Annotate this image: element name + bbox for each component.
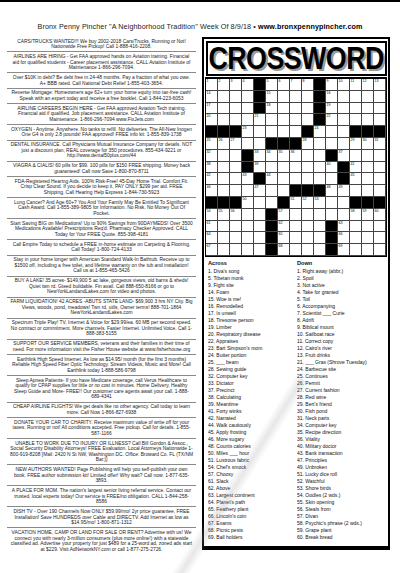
grid-black-cell xyxy=(266,244,278,256)
classified-ad: Sleep Apnea Patients- If you have Medica… xyxy=(7,376,196,403)
grid-cell: 63 xyxy=(338,221,350,233)
clue-number: 23 xyxy=(243,126,247,130)
grid-cell: 18 xyxy=(266,103,278,115)
grid-cell: 21 xyxy=(254,114,266,126)
clue-number: 63 xyxy=(339,221,343,225)
clue-item: 11. Correct copy xyxy=(297,338,386,345)
clue-item: 24. Barbecue site xyxy=(297,366,386,373)
grid-cell: 53 xyxy=(314,197,326,209)
grid-black-cell xyxy=(350,197,362,209)
clue-number: 10 xyxy=(339,79,343,83)
grid-cell: 14 xyxy=(206,91,218,103)
grid-cell: 31 xyxy=(374,138,386,150)
grid-black-cell xyxy=(374,126,386,138)
grid-cell: 5 xyxy=(266,79,278,91)
clue-number: 58 xyxy=(351,209,355,213)
crossword-box: CROSSWORD 123456789101112131415161718192… xyxy=(202,37,390,550)
clue-number: 1 xyxy=(207,79,209,83)
clue-item: 44. Walk cautiously xyxy=(208,422,297,429)
classified-ad: DENTAL INSURANCE. Call Physicians Mutual… xyxy=(7,141,196,162)
grid-cell: 38 xyxy=(206,162,218,174)
classified-ad: AIRLINE CAREERS BEGIN HERE - Get FAA app… xyxy=(7,104,196,125)
grid-black-cell xyxy=(218,126,230,138)
clue-number: 55 xyxy=(219,209,223,213)
grid-cell xyxy=(242,91,254,103)
clue-item: 42. Narrated xyxy=(208,415,297,422)
clue-item: 45. Apply frosting xyxy=(208,429,297,436)
clue-item: 67. Exams xyxy=(208,520,297,527)
grid-cell xyxy=(302,232,314,244)
grid-cell xyxy=(350,221,362,233)
down-clues: Down 1. Right away (abbr.)2. Spoil3. Not… xyxy=(297,260,386,541)
grid-cell xyxy=(374,162,386,174)
grid-cell: 37 xyxy=(338,150,350,162)
clue-number: 18 xyxy=(267,103,271,107)
grid-black-cell xyxy=(254,79,266,91)
grid-cell xyxy=(314,209,326,221)
grid-cell xyxy=(374,91,386,103)
clue-number: 11 xyxy=(351,79,355,83)
grid-cell xyxy=(230,185,242,197)
grid-cell xyxy=(218,244,230,256)
grid-cell: 2 xyxy=(218,79,230,91)
grid-cell xyxy=(326,197,338,209)
grid-cell xyxy=(278,162,290,174)
classified-ad: Reverse Mortgage: Homeowners age 62+ tur… xyxy=(7,89,196,104)
clue-number: 13 xyxy=(375,79,379,83)
grid-cell xyxy=(362,162,374,174)
grid-cell xyxy=(218,232,230,244)
grid-cell: 22 xyxy=(326,114,338,126)
grid-cell xyxy=(254,209,266,221)
grid-cell: 32 xyxy=(206,150,218,162)
clue-number: 17 xyxy=(207,103,211,107)
grid-cell: 46 xyxy=(206,185,218,197)
grid-cell: 34 xyxy=(266,150,278,162)
grid-cell xyxy=(362,221,374,233)
clue-item: 39. Meantime xyxy=(208,401,297,408)
classified-ad: AIRLINES ARE HIRING - Get FAA approved h… xyxy=(7,52,196,73)
clue-number: 28 xyxy=(303,138,307,142)
grid-cell: 49 xyxy=(338,185,350,197)
grid-cell: 55 xyxy=(218,209,230,221)
clue-number: 60 xyxy=(375,209,379,213)
clue-item: 33. Dictator xyxy=(208,380,297,387)
clue-number: 6 xyxy=(279,79,281,83)
grid-cell xyxy=(230,103,242,115)
clue-number: 56 xyxy=(231,209,235,213)
grid-cell: 69 xyxy=(338,244,350,256)
grid-cell xyxy=(242,114,254,126)
grid-black-cell xyxy=(266,232,278,244)
grid-cell xyxy=(242,185,254,197)
crossword-grid: 1234567891011121314151617181920212223242… xyxy=(205,77,387,257)
grid-cell: 47 xyxy=(254,185,266,197)
clue-item: 10. Sailboat race xyxy=(297,331,386,338)
grid-black-cell xyxy=(266,221,278,233)
classified-ad: VACATION HOME, CAMP OR LAND FOR SALE OR … xyxy=(7,528,196,554)
clue-item: 27. Current fashion xyxy=(297,387,386,394)
clue-number: 35 xyxy=(279,150,283,154)
grid-cell xyxy=(302,244,314,256)
grid-cell: 39 xyxy=(254,162,266,174)
page-body: CARS/TRUCKS WANTED!!! We buy 2002-2018 C… xyxy=(0,37,400,554)
grid-cell xyxy=(242,138,254,150)
grid-cell xyxy=(350,232,362,244)
classified-ad: FARM LIQUIDATION! 42 ACRES -ABUTS STATE … xyxy=(7,298,196,319)
grid-cell: 13 xyxy=(374,79,386,91)
grid-cell xyxy=(302,150,314,162)
grid-cell: 33 xyxy=(254,150,266,162)
grid-cell xyxy=(230,91,242,103)
clue-item: 31. Neck parts xyxy=(297,415,386,422)
clue-item: 13. Fruit drinks xyxy=(297,352,386,359)
classified-ad: Stay in your home longer with American S… xyxy=(7,256,196,277)
clue-number: 33 xyxy=(255,150,259,154)
grid-black-cell xyxy=(206,126,218,138)
clue-number: 19 xyxy=(327,103,331,107)
grid-cell: 65 xyxy=(278,232,290,244)
grid-cell xyxy=(338,197,350,209)
grid-cell xyxy=(350,244,362,256)
grid-cell: 26 xyxy=(218,138,230,150)
grid-cell: 67 xyxy=(206,244,218,256)
grid-cell xyxy=(314,162,326,174)
clue-number: 24 xyxy=(315,126,319,130)
grid-cell xyxy=(290,103,302,115)
clue-item: 47. Principles xyxy=(297,457,386,464)
grid-cell xyxy=(278,173,290,185)
masthead-url: www.bronxpennypincher.com xyxy=(258,22,362,31)
grid-cell: 60 xyxy=(374,209,386,221)
clue-item: 56. Steals from xyxy=(297,506,386,513)
grid-cell xyxy=(290,173,302,185)
classified-ad: BUY A LAKE! 35 acres- $149,900 5 ac lake… xyxy=(7,277,196,298)
clue-item: 58. Psychic's phrase (2 wds.) xyxy=(297,520,386,527)
grid-cell xyxy=(254,244,266,256)
clue-number: 50 xyxy=(243,197,247,201)
grid-cell: 48 xyxy=(326,185,338,197)
grid-black-cell xyxy=(242,162,254,174)
grid-cell: 6 xyxy=(278,79,290,91)
grid-cell xyxy=(290,232,302,244)
clue-number: 31 xyxy=(375,138,379,142)
clue-item: 60. Break bread xyxy=(297,534,386,541)
grid-cell: 10 xyxy=(338,79,350,91)
classified-ad: NEW AUTHORS WANTED! Page Publishing will… xyxy=(7,465,196,486)
grid-cell: 24 xyxy=(314,126,326,138)
grid-cell xyxy=(302,221,314,233)
clue-item: 2. Spoil xyxy=(297,275,386,282)
clue-number: 44 xyxy=(267,173,271,177)
grid-cell: 35 xyxy=(278,150,290,162)
grid-black-cell xyxy=(254,91,266,103)
grid-cell xyxy=(326,126,338,138)
grid-cell xyxy=(266,197,278,209)
grid-cell xyxy=(242,221,254,233)
clue-number: 34 xyxy=(267,150,271,154)
clue-item: 48. Counts calories xyxy=(208,443,297,450)
across-clues: Across 1. Diva's song5. Tibetan monk9. F… xyxy=(208,260,297,541)
grid-cell xyxy=(314,221,326,233)
grid-cell: 57 xyxy=(278,209,290,221)
clue-number: 4 xyxy=(243,79,245,83)
grid-black-cell xyxy=(206,197,218,209)
grid-cell: 40 xyxy=(326,162,338,174)
grid-black-cell xyxy=(326,244,338,256)
grid-black-cell xyxy=(326,150,338,162)
clue-number: 16 xyxy=(327,91,331,95)
grid-cell: 12 xyxy=(362,79,374,91)
grid-cell xyxy=(374,150,386,162)
grid-cell xyxy=(266,185,278,197)
grid-cell xyxy=(350,185,362,197)
grid-cell xyxy=(242,209,254,221)
grid-black-cell xyxy=(326,232,338,244)
clue-item: 51. Lustrous fabric xyxy=(208,457,297,464)
classified-ad: Spectrum Triple Play! TV, Internet & Voi… xyxy=(7,319,196,340)
classified-ad: DISH TV - Over 190 Channels Now ONLY $59… xyxy=(7,507,196,528)
grid-cell xyxy=(362,173,374,185)
clue-number: 45 xyxy=(351,173,355,177)
grid-cell xyxy=(302,173,314,185)
clue-item: 25. ___ beam xyxy=(208,359,297,366)
grid-cell: 56 xyxy=(230,209,242,221)
clue-number: 30 xyxy=(363,138,367,142)
grid-cell: 44 xyxy=(266,173,278,185)
grid-cell xyxy=(254,138,266,150)
grid-black-cell xyxy=(314,114,326,126)
classified-ad: Over $10K in debt? Be debt free in 24-48… xyxy=(7,73,196,88)
classified-ad: SUPPORT OUR SERVICE MEMBERS, veterans an… xyxy=(7,340,196,355)
clue-item: 21. ___ Gras (Shrove Tuesday) xyxy=(297,359,386,366)
clue-item: 49. Unbroken xyxy=(297,464,386,471)
clue-item: 9. Fight site xyxy=(208,282,297,289)
classified-ad: Earthlink High Speed Internet. As low as… xyxy=(7,355,196,376)
grid-cell xyxy=(218,114,230,126)
clue-number: 27 xyxy=(231,138,235,142)
classified-ad: DONATE YOUR CAR TO CHARITY. Receive maxi… xyxy=(7,418,196,439)
grid-cell: 52 xyxy=(302,197,314,209)
grid-cell xyxy=(362,150,374,162)
grid-black-cell xyxy=(278,197,290,209)
across-list: 1. Diva's song5. Tibetan monk9. Fight si… xyxy=(208,268,297,541)
clue-item: 17. Is unwell xyxy=(208,310,297,317)
grid-black-cell xyxy=(362,126,374,138)
grid-cell: 9 xyxy=(326,79,338,91)
grid-cell: 30 xyxy=(362,138,374,150)
grid-cell: 8 xyxy=(302,79,314,91)
classified-ad: Call Empire Today to schedule a FREE in-… xyxy=(7,240,196,255)
clue-item: 8. Adrift xyxy=(297,317,386,324)
grid-cell xyxy=(302,114,314,126)
grid-cell: 25 xyxy=(206,138,218,150)
grid-cell: 58 xyxy=(350,209,362,221)
grid-cell xyxy=(218,103,230,115)
grid-cell xyxy=(374,221,386,233)
clue-number: 20 xyxy=(207,114,211,118)
clue-number: 61 xyxy=(207,221,211,225)
clue-item: 28. Sewing guide xyxy=(208,366,297,373)
grid-black-cell xyxy=(338,162,350,174)
clue-number: 57 xyxy=(279,209,283,213)
grid-cell: 7 xyxy=(290,79,302,91)
clue-lists: Across 1. Diva's song5. Tibetan monk9. F… xyxy=(204,257,388,546)
grid-cell: 54 xyxy=(206,209,218,221)
grid-black-cell xyxy=(254,173,266,185)
grid-cell xyxy=(338,138,350,150)
grid-cell xyxy=(374,232,386,244)
clue-item: 34. Computer key xyxy=(297,422,386,429)
clue-number: 40 xyxy=(327,162,331,166)
grid-cell xyxy=(350,114,362,126)
clue-number: 59 xyxy=(363,209,367,213)
grid-cell xyxy=(326,173,338,185)
grid-cell xyxy=(362,91,374,103)
grid-black-cell xyxy=(338,173,350,185)
grid-cell xyxy=(278,114,290,126)
clue-number: 54 xyxy=(207,209,211,213)
crossword-banner: CROSSWORD xyxy=(206,41,387,76)
clue-item: 4. Take for granted xyxy=(297,289,386,296)
clue-item: 65. Feathery plant xyxy=(208,506,297,513)
grid-black-cell xyxy=(290,185,302,197)
grid-cell: 3 xyxy=(230,79,242,91)
grid-cell xyxy=(242,244,254,256)
clue-number: 3 xyxy=(231,79,233,83)
grid-cell xyxy=(254,221,266,233)
clue-item: 9. Biblical mount xyxy=(297,324,386,331)
classified-ad: UNABLE TO WORK DUE TO INJURY OR ILLNESS?… xyxy=(7,439,196,466)
clue-number: 32 xyxy=(207,150,211,154)
clue-item: 63. Largest continent xyxy=(208,492,297,499)
clue-item: 41. Forty winks xyxy=(208,408,297,415)
grid-cell xyxy=(218,185,230,197)
grid-cell xyxy=(290,244,302,256)
classified-ad: CARS/TRUCKS WANTED!!! We buy 2002-2018 C… xyxy=(7,37,196,52)
clue-item: 29. Bert's friend xyxy=(297,401,386,408)
clue-number: 26 xyxy=(219,138,223,142)
clue-number: 66 xyxy=(339,232,343,236)
grid-cell xyxy=(242,232,254,244)
masthead: Bronx Penny Pincher "A Neighborhood Trad… xyxy=(0,22,400,31)
classified-ad: A PLACE FOR MOM. The nation's largest se… xyxy=(7,486,196,507)
classified-ad: OXYGEN - Anytime. Anywhere. No tanks to … xyxy=(7,125,196,140)
grid-cell: 61 xyxy=(206,221,218,233)
grid-cell xyxy=(266,162,278,174)
clue-item: 26. Permit xyxy=(297,380,386,387)
clue-item: 14. Foam xyxy=(208,289,297,296)
clue-item: 30. Fish pond xyxy=(297,408,386,415)
clue-number: 8 xyxy=(303,79,305,83)
grid-cell: 27 xyxy=(230,138,242,150)
grid-cell xyxy=(374,173,386,185)
crossword-column: CROSSWORD 123456789101112131415161718192… xyxy=(196,37,393,554)
grid-cell xyxy=(362,103,374,115)
grid-black-cell xyxy=(230,126,242,138)
grid-cell: 1 xyxy=(206,79,218,91)
clue-item: 25. Continues xyxy=(297,373,386,380)
clue-item: 40. Military doctor xyxy=(297,443,386,450)
grid-cell xyxy=(218,162,230,174)
grid-cell xyxy=(350,150,362,162)
clue-number: 22 xyxy=(327,114,331,118)
grid-black-cell xyxy=(254,103,266,115)
clue-number: 53 xyxy=(315,197,319,201)
classified-ad: Start Saving BIG on Medications! Up to 9… xyxy=(7,219,196,240)
grid-black-cell xyxy=(326,221,338,233)
clue-number: 15 xyxy=(267,91,271,95)
grid-cell: 43 xyxy=(242,173,254,185)
grid-cell xyxy=(266,126,278,138)
grid-cell xyxy=(278,91,290,103)
grid-cell xyxy=(374,103,386,115)
clue-item: 6. Accompanying xyxy=(297,303,386,310)
clue-number: 62 xyxy=(279,221,283,225)
grid-black-cell xyxy=(302,185,314,197)
grid-cell xyxy=(290,126,302,138)
clue-item: 5. Tibetan monk xyxy=(208,275,297,282)
grid-cell: 20 xyxy=(206,114,218,126)
clue-number: 43 xyxy=(243,173,247,177)
grid-cell xyxy=(338,209,350,221)
clue-item: 32. Computer key xyxy=(208,373,297,380)
page-top-border xyxy=(0,0,400,2)
classified-ad: CHEAP AIRLINE FLIGHTS! We get deals like… xyxy=(7,403,196,418)
clue-item: 28. Red wine xyxy=(297,394,386,401)
grid-cell: 64 xyxy=(206,232,218,244)
clue-number: 39 xyxy=(255,162,259,166)
grid-cell xyxy=(218,91,230,103)
clue-item: 19. Limber xyxy=(208,324,297,331)
clue-item: 69. Ball holders xyxy=(208,534,297,541)
classified-ad: FDA-Registered Hearing Aids. 100% Risk-F… xyxy=(7,177,196,198)
clue-item: 61. Slack xyxy=(208,478,297,485)
grid-cell: 11 xyxy=(350,79,362,91)
clue-item: 57. Choosy xyxy=(208,471,297,478)
grid-cell: 15 xyxy=(266,91,278,103)
grid-cell xyxy=(374,244,386,256)
grid-cell: 16 xyxy=(326,91,338,103)
grid-cell xyxy=(230,232,242,244)
grid-black-cell xyxy=(278,138,290,150)
grid-cell xyxy=(302,209,314,221)
clue-number: 64 xyxy=(207,232,211,236)
grid-cell xyxy=(314,150,326,162)
clue-item: 68. Picnic pests xyxy=(208,527,297,534)
clue-item: 38. Calculating xyxy=(208,394,297,401)
grid-cell xyxy=(290,91,302,103)
grid-cell xyxy=(290,209,302,221)
clue-number: 29 xyxy=(351,138,355,142)
grid-cell xyxy=(230,173,242,185)
grid-cell: 59 xyxy=(362,209,374,221)
clue-item: 18. Tiresome person xyxy=(208,317,297,324)
clue-item: 66. Lincoln's coin xyxy=(208,513,297,520)
clue-number: 25 xyxy=(207,138,211,142)
clue-item: 1. Diva's song xyxy=(208,268,297,275)
grid-black-cell xyxy=(290,138,302,150)
grid-black-cell xyxy=(314,185,326,197)
grid-black-cell xyxy=(230,197,242,209)
clue-item: 54. Chef's smock xyxy=(208,464,297,471)
clue-number: 69 xyxy=(339,244,343,248)
clue-item: 62. Above xyxy=(208,485,297,492)
clue-number: 46 xyxy=(207,185,211,189)
clue-item: 22. Appraises xyxy=(208,338,297,345)
classified-ads-column: CARS/TRUCKS WANTED!!! We buy 2002-2018 C… xyxy=(0,37,196,554)
clue-number: 41 xyxy=(351,162,355,166)
